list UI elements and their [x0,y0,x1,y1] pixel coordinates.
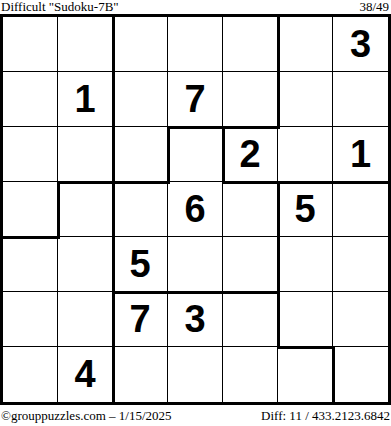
cell-r5c6[interactable] [278,237,333,292]
region-border [222,126,225,184]
page-footer: ©grouppuzzles.com – 1/15/2025 Diff: 11 /… [0,409,391,423]
cell-r4c1[interactable] [3,182,58,237]
cell-r4c5[interactable] [223,182,278,237]
difficulty-rating-text: Diff: 11 / 433.2123.6842 [261,409,391,423]
cell-r1c3[interactable] [113,17,168,72]
cell-r6c2[interactable] [58,292,113,347]
region-border [112,16,115,74]
cell-r7c6[interactable] [278,347,333,402]
cell-r2c7[interactable] [333,72,388,127]
region-border [332,346,335,404]
region-border [167,126,225,129]
region-border [277,181,335,184]
cell-r1c1[interactable] [3,17,58,72]
puzzle-title: Difficult "Sudoku-7B" [0,0,119,13]
region-border [112,236,115,294]
page-header: Difficult "Sudoku-7B" 38/49 [0,0,391,14]
region-border [2,236,60,239]
cell-r4c3[interactable] [113,182,168,237]
cell-r4c6: 5 [278,182,333,237]
cell-r6c3: 7 [113,292,168,347]
cell-r6c5[interactable] [223,292,278,347]
cell-r5c7[interactable] [333,237,388,292]
copyright-text: ©grouppuzzles.com – 1/15/2025 [0,409,172,423]
cell-r3c6[interactable] [278,127,333,182]
cell-r3c2[interactable] [58,127,113,182]
cell-r7c2: 4 [58,347,113,402]
cell-r6c6[interactable] [278,292,333,347]
cell-r4c7[interactable] [333,182,388,237]
cell-r7c4[interactable] [168,347,223,402]
cell-r2c2: 1 [58,72,113,127]
cell-r1c4[interactable] [168,17,223,72]
region-border [112,291,115,349]
cell-r2c6[interactable] [278,72,333,127]
cell-r5c4[interactable] [168,237,223,292]
cell-r1c2[interactable] [58,17,113,72]
sudoku-board: 31721655734 [0,14,391,405]
region-border [57,181,60,239]
cell-r7c7[interactable] [333,347,388,402]
region-border [222,291,280,294]
empty-cell-counter: 38/49 [359,0,391,13]
cell-r2c5[interactable] [223,72,278,127]
cell-r3c5: 2 [223,127,278,182]
region-border [332,181,390,184]
cell-r3c7: 1 [333,127,388,182]
region-border [57,181,115,184]
cell-r5c5[interactable] [223,237,278,292]
cell-r1c7: 3 [333,17,388,72]
cell-r4c4: 6 [168,182,223,237]
cell-r7c3[interactable] [113,347,168,402]
cell-r2c4: 7 [168,72,223,127]
cell-r6c7[interactable] [333,292,388,347]
region-border [167,291,225,294]
region-border [222,181,280,184]
cell-r7c1[interactable] [3,347,58,402]
cell-r1c5[interactable] [223,17,278,72]
region-border [277,236,280,294]
cell-r7c5[interactable] [223,347,278,402]
region-border [277,181,280,239]
region-border [277,346,335,349]
region-border [277,71,280,129]
region-border [112,291,170,294]
cell-r5c3: 5 [113,237,168,292]
cell-r4c2[interactable] [58,182,113,237]
cell-r3c3[interactable] [113,127,168,182]
region-border [167,126,170,184]
cell-r2c3[interactable] [113,72,168,127]
cell-r6c1[interactable] [3,292,58,347]
cell-r2c1[interactable] [3,72,58,127]
region-border [112,346,115,404]
cell-r3c4[interactable] [168,127,223,182]
region-border [277,16,280,74]
region-border [222,126,280,129]
region-border [112,126,115,184]
cell-r3c1[interactable] [3,127,58,182]
cell-r5c1[interactable] [3,237,58,292]
cell-r5c2[interactable] [58,237,113,292]
region-border [112,181,115,239]
cell-r1c6[interactable] [278,17,333,72]
region-border [112,71,115,129]
region-border [277,291,280,349]
region-border [112,181,170,184]
cell-r6c4: 3 [168,292,223,347]
